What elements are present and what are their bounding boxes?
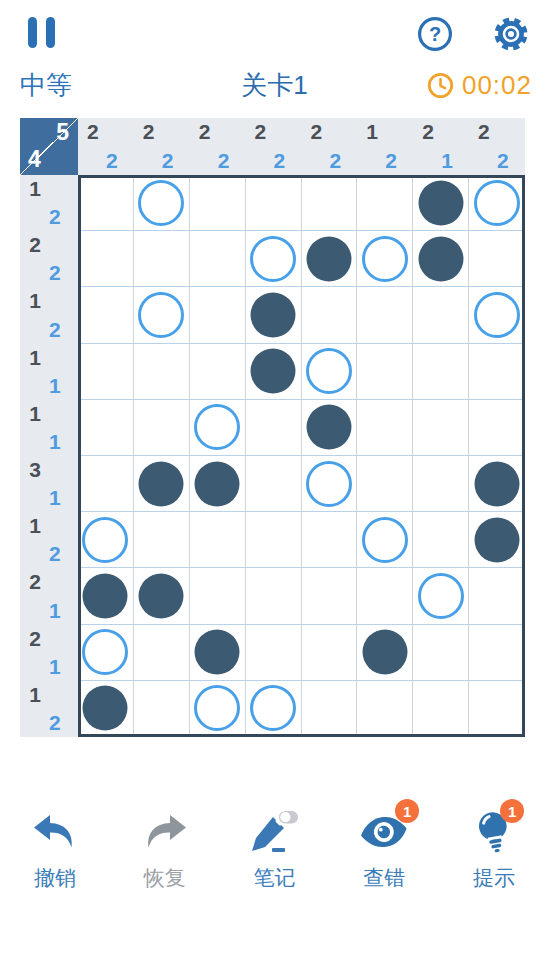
cell-r8c7[interactable] — [413, 568, 469, 624]
col-clue-3: 22 — [190, 118, 246, 175]
row-clue-8: 21 — [20, 568, 78, 624]
redo-button[interactable]: 恢复 — [120, 806, 210, 892]
cell-r1c8[interactable] — [469, 175, 525, 231]
row-clue-9: 21 — [20, 625, 78, 681]
cell-r2c5[interactable] — [302, 231, 358, 287]
cell-r2c2[interactable] — [134, 231, 190, 287]
row-clue-2: 22 — [20, 231, 78, 287]
cell-r1c3[interactable] — [190, 175, 246, 231]
dark-circle — [139, 461, 184, 506]
dark-circle — [362, 630, 407, 675]
col-clue-6: 12 — [357, 118, 413, 175]
cell-r5c3[interactable] — [190, 400, 246, 456]
cell-r6c2[interactable] — [134, 456, 190, 512]
cell-r10c4[interactable] — [246, 681, 302, 737]
white-circle — [250, 685, 296, 731]
white-circle — [474, 180, 520, 226]
cell-r9c3[interactable] — [190, 625, 246, 681]
undo-label: 撤销 — [34, 864, 76, 892]
cell-r3c3[interactable] — [190, 287, 246, 343]
cell-r5c5[interactable] — [302, 400, 358, 456]
cell-r9c7[interactable] — [413, 625, 469, 681]
cell-r2c6[interactable] — [357, 231, 413, 287]
white-circle — [194, 685, 240, 731]
cell-r9c1[interactable] — [78, 625, 134, 681]
svg-text:?: ? — [429, 23, 441, 45]
notes-button[interactable]: 笔记 — [229, 806, 319, 892]
help-icon[interactable]: ? — [416, 15, 454, 53]
white-circle — [82, 517, 128, 563]
white-circle — [250, 236, 296, 282]
cell-r3c4[interactable] — [246, 287, 302, 343]
cell-r6c3[interactable] — [190, 456, 246, 512]
cell-r3c5[interactable] — [302, 287, 358, 343]
cell-r3c1[interactable] — [78, 287, 134, 343]
cell-r1c7[interactable] — [413, 175, 469, 231]
cell-r3c6[interactable] — [357, 287, 413, 343]
settings-gear-icon[interactable] — [490, 13, 532, 55]
clock-icon — [427, 72, 454, 99]
check-errors-button[interactable]: 1 查错 — [339, 806, 429, 892]
cell-r9c6[interactable] — [357, 625, 413, 681]
hint-badge: 1 — [500, 799, 524, 823]
corner-bottom-value: 4 — [28, 146, 41, 173]
white-circle — [138, 180, 184, 226]
cell-r7c6[interactable] — [357, 512, 413, 568]
cell-r6c4[interactable] — [246, 456, 302, 512]
white-circle — [362, 236, 408, 282]
white-circle — [306, 348, 352, 394]
cell-r5c2[interactable] — [134, 400, 190, 456]
row-clue-5: 11 — [20, 400, 78, 456]
dark-circle — [474, 461, 519, 506]
cell-r5c6[interactable] — [357, 400, 413, 456]
hint-label: 提示 — [473, 864, 515, 892]
cell-r6c7[interactable] — [413, 456, 469, 512]
white-circle — [306, 461, 352, 507]
row-clue-10: 12 — [20, 681, 78, 737]
board: 5 4 222222222212212212221211113112212112 — [20, 118, 525, 737]
cell-r7c1[interactable] — [78, 512, 134, 568]
check-errors-badge: 1 — [395, 799, 419, 823]
white-circle — [82, 629, 128, 675]
col-clue-4: 22 — [246, 118, 302, 175]
cell-r1c5[interactable] — [302, 175, 358, 231]
cell-r2c4[interactable] — [246, 231, 302, 287]
cell-r4c3[interactable] — [190, 344, 246, 400]
cell-r8c4[interactable] — [246, 568, 302, 624]
dark-circle — [251, 349, 296, 394]
cell-r2c3[interactable] — [190, 231, 246, 287]
cell-r4c1[interactable] — [78, 344, 134, 400]
cell-r4c2[interactable] — [134, 344, 190, 400]
cell-r7c2[interactable] — [134, 512, 190, 568]
white-circle — [138, 292, 184, 338]
white-circle — [474, 292, 520, 338]
cell-r8c5[interactable] — [302, 568, 358, 624]
pencil-toggle-icon — [248, 806, 300, 860]
row-clue-4: 11 — [20, 344, 78, 400]
cell-r4c5[interactable] — [302, 344, 358, 400]
cell-r5c7[interactable] — [413, 400, 469, 456]
cell-r6c6[interactable] — [357, 456, 413, 512]
cell-r3c8[interactable] — [469, 287, 525, 343]
col-clue-5: 22 — [302, 118, 358, 175]
row-clue-6: 31 — [20, 456, 78, 512]
white-circle — [362, 517, 408, 563]
lightbulb-icon: 1 — [474, 806, 514, 860]
cell-r7c4[interactable] — [246, 512, 302, 568]
cell-r10c2[interactable] — [134, 681, 190, 737]
dark-circle — [306, 405, 351, 450]
dark-circle — [195, 630, 240, 675]
undo-arrow-icon — [32, 806, 78, 860]
cell-r5c1[interactable] — [78, 400, 134, 456]
redo-label: 恢复 — [144, 864, 186, 892]
dark-circle — [418, 236, 463, 281]
cell-r8c8[interactable] — [469, 568, 525, 624]
undo-button[interactable]: 撤销 — [10, 806, 100, 892]
corner-clue: 5 4 — [20, 118, 78, 175]
cell-r10c5[interactable] — [302, 681, 358, 737]
col-clue-1: 22 — [78, 118, 134, 175]
cell-r9c5[interactable] — [302, 625, 358, 681]
col-clue-7: 21 — [413, 118, 469, 175]
dark-circle — [418, 180, 463, 225]
cell-r8c2[interactable] — [134, 568, 190, 624]
cell-r1c2[interactable] — [134, 175, 190, 231]
cell-r3c2[interactable] — [134, 287, 190, 343]
cell-r7c3[interactable] — [190, 512, 246, 568]
dark-circle — [195, 461, 240, 506]
cell-r1c4[interactable] — [246, 175, 302, 231]
cell-r8c3[interactable] — [190, 568, 246, 624]
cell-r10c8[interactable] — [469, 681, 525, 737]
cell-r3c7[interactable] — [413, 287, 469, 343]
white-circle — [194, 404, 240, 450]
cell-r10c1[interactable] — [78, 681, 134, 737]
timer-value: 00:02 — [462, 70, 532, 101]
toolbar: 撤销 恢复 笔记 — [0, 806, 549, 892]
redo-arrow-icon — [142, 806, 188, 860]
dark-circle — [83, 686, 128, 731]
dark-circle — [306, 236, 351, 281]
cell-r10c7[interactable] — [413, 681, 469, 737]
check-errors-label: 查错 — [363, 864, 405, 892]
cell-r5c8[interactable] — [469, 400, 525, 456]
hint-button[interactable]: 1 提示 — [449, 806, 539, 892]
cell-r4c4[interactable] — [246, 344, 302, 400]
pause-button[interactable] — [28, 17, 56, 48]
corner-top-value: 5 — [56, 119, 69, 146]
cell-r7c7[interactable] — [413, 512, 469, 568]
row-clue-1: 12 — [20, 175, 78, 231]
cell-r7c8[interactable] — [469, 512, 525, 568]
col-clue-2: 22 — [134, 118, 190, 175]
cell-r2c7[interactable] — [413, 231, 469, 287]
white-circle — [418, 573, 464, 619]
cell-r8c1[interactable] — [78, 568, 134, 624]
cell-r2c1[interactable] — [78, 231, 134, 287]
cell-r4c7[interactable] — [413, 344, 469, 400]
cell-r6c8[interactable] — [469, 456, 525, 512]
cell-r9c8[interactable] — [469, 625, 525, 681]
dark-circle — [251, 292, 296, 337]
row-clue-3: 12 — [20, 287, 78, 343]
cell-r9c4[interactable] — [246, 625, 302, 681]
eye-icon: 1 — [359, 806, 409, 860]
dark-circle — [139, 573, 184, 618]
cell-r1c6[interactable] — [357, 175, 413, 231]
dark-circle — [474, 517, 519, 562]
cell-r1c1[interactable] — [78, 175, 134, 231]
cell-r5c4[interactable] — [246, 400, 302, 456]
notes-label: 笔记 — [253, 864, 295, 892]
cell-r10c3[interactable] — [190, 681, 246, 737]
dark-circle — [83, 573, 128, 618]
cell-r7c5[interactable] — [302, 512, 358, 568]
cell-r6c5[interactable] — [302, 456, 358, 512]
row-clue-7: 12 — [20, 512, 78, 568]
cell-r4c6[interactable] — [357, 344, 413, 400]
cell-r6c1[interactable] — [78, 456, 134, 512]
cell-r2c8[interactable] — [469, 231, 525, 287]
cell-r9c2[interactable] — [134, 625, 190, 681]
cell-r4c8[interactable] — [469, 344, 525, 400]
col-clue-8: 22 — [469, 118, 525, 175]
cell-r8c6[interactable] — [357, 568, 413, 624]
cell-r10c6[interactable] — [357, 681, 413, 737]
